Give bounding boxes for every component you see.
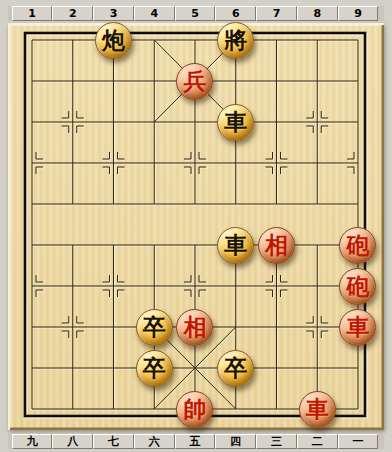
file-label-top-4: 4 (134, 6, 175, 21)
file-label-bottom-9: 一 (338, 434, 379, 449)
piece-red-general[interactable]: 帥 (176, 391, 213, 428)
piece-red-chariot[interactable]: 車 (299, 391, 336, 428)
piece-black-chariot[interactable]: 車 (217, 104, 254, 141)
file-label-top-1: 1 (12, 6, 53, 21)
file-label-top-9: 9 (338, 6, 379, 21)
piece-black-cannon[interactable]: 炮 (95, 22, 132, 59)
file-label-bottom-4: 六 (134, 434, 175, 449)
file-label-top-3: 3 (93, 6, 134, 21)
file-label-bottom-1: 九 (12, 434, 53, 449)
piece-black-soldier[interactable]: 卒 (217, 350, 254, 387)
piece-red-elephant[interactable]: 相 (176, 309, 213, 346)
file-label-bottom-8: 二 (297, 434, 338, 449)
piece-black-soldier[interactable]: 卒 (136, 309, 173, 346)
piece-red-soldier[interactable]: 兵 (176, 63, 213, 100)
file-label-top-8: 8 (297, 6, 338, 21)
piece-black-soldier[interactable]: 卒 (136, 350, 173, 387)
file-label-top-2: 2 (52, 6, 93, 21)
file-label-bottom-2: 八 (52, 434, 93, 449)
file-label-bottom-5: 五 (175, 434, 216, 449)
piece-black-chariot[interactable]: 車 (217, 227, 254, 264)
piece-red-cannon[interactable]: 砲 (339, 227, 376, 264)
bottom-coordinate-strip: 九八七六五四三二一 (8, 434, 384, 449)
file-label-top-5: 5 (175, 6, 216, 21)
xiangqi-app: 123456789 炮將兵車車相砲砲卒相車卒卒帥車 九八七六五四三二一 (0, 0, 392, 452)
file-label-bottom-3: 七 (93, 434, 134, 449)
file-label-bottom-6: 四 (215, 434, 256, 449)
piece-black-general[interactable]: 將 (217, 22, 254, 59)
top-coordinate-strip: 123456789 (8, 6, 384, 21)
file-label-bottom-7: 三 (256, 434, 297, 449)
file-label-top-6: 6 (215, 6, 256, 21)
piece-red-cannon[interactable]: 砲 (339, 268, 376, 305)
file-label-top-7: 7 (256, 6, 297, 21)
piece-red-elephant[interactable]: 相 (258, 227, 295, 264)
piece-red-chariot[interactable]: 車 (339, 309, 376, 346)
